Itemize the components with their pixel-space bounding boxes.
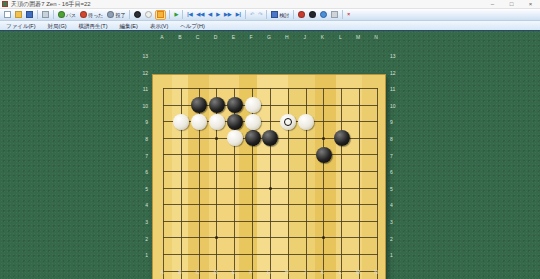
- row-label-left-12: 12: [138, 70, 148, 76]
- col-label-bottom-G: G: [265, 269, 273, 275]
- board-marker-toggle-button[interactable]: [155, 10, 166, 20]
- fast-forward-icon: ▶▶: [224, 10, 232, 19]
- col-label-top-C: C: [194, 34, 202, 40]
- col-label-bottom-C: C: [194, 269, 202, 275]
- black-stone-F10: [245, 130, 261, 146]
- window-title: 天頂の囲碁7 Zen - 16手目=22: [11, 0, 91, 9]
- row-label-left-8: 8: [138, 136, 148, 142]
- toolbar-separator: [245, 10, 246, 19]
- row-label-left-2: 2: [138, 236, 148, 242]
- white-stone-C11: [191, 114, 207, 130]
- col-label-top-A: A: [158, 34, 166, 40]
- black-stone-K9: [316, 147, 332, 163]
- black-stone-icon: [134, 11, 141, 18]
- skip-to-end-icon: ▶|: [236, 10, 241, 19]
- row-label-left-5: 5: [138, 186, 148, 192]
- resign-icon: [107, 11, 114, 18]
- territory-button[interactable]: [308, 10, 317, 20]
- menu-game[interactable]: 対局(G): [42, 21, 73, 31]
- menu-file[interactable]: ファイル(F): [0, 21, 42, 31]
- window-controls: –□×: [483, 0, 540, 9]
- white-stone-icon: [145, 11, 152, 18]
- row-label-left-4: 4: [138, 202, 148, 208]
- curved-arrow-left-icon: ↶: [250, 10, 254, 19]
- col-label-bottom-F: F: [247, 269, 255, 275]
- col-label-top-L: L: [336, 34, 344, 40]
- game-area-background: AABBCCDDEEFFGGHHJJKKLLMMNN13131212111110…: [0, 31, 540, 279]
- col-label-top-K: K: [318, 34, 326, 40]
- resign-button-label: 投了: [115, 12, 125, 18]
- title-bar: 天頂の囲碁7 Zen - 16手目=22 –□×: [0, 0, 540, 9]
- menu-replay[interactable]: 棋譜再生(T): [73, 21, 114, 31]
- last-move-button[interactable]: ▶|: [235, 10, 242, 20]
- row-label-right-7: 7: [390, 153, 400, 159]
- print-button[interactable]: [41, 10, 50, 20]
- open-file-button[interactable]: [14, 10, 23, 20]
- step-forward-icon: ▶: [216, 10, 220, 19]
- row-label-right-12: 12: [390, 70, 400, 76]
- col-label-top-M: M: [354, 34, 362, 40]
- undo-move-button[interactable]: 待った: [79, 10, 104, 20]
- grid-line-horizontal: [163, 237, 378, 238]
- undo-move-button-label: 待った: [88, 12, 103, 18]
- red-ball-icon: [298, 11, 305, 18]
- pass-button-label: パス: [66, 12, 76, 18]
- forward-10-moves-button[interactable]: ▶▶: [223, 10, 233, 20]
- close-button[interactable]: ×: [521, 0, 540, 9]
- printer-icon: [42, 11, 49, 18]
- first-move-button[interactable]: |◀: [186, 10, 193, 20]
- grid-line-vertical: [163, 88, 164, 279]
- forward-one-move-button[interactable]: ▶: [215, 10, 221, 20]
- grid-line-vertical: [323, 88, 324, 279]
- col-label-top-D: D: [211, 34, 219, 40]
- black-stone-G10: [262, 130, 278, 146]
- toolbar-separator: [169, 10, 170, 19]
- black-stone-button[interactable]: [133, 10, 142, 20]
- row-label-right-11: 11: [390, 86, 400, 92]
- step-backward-icon: ◀: [208, 10, 212, 19]
- toolbar-separator: [37, 10, 38, 19]
- col-label-top-B: B: [176, 34, 184, 40]
- row-label-left-7: 7: [138, 153, 148, 159]
- fast-backward-icon: ◀◀: [197, 10, 205, 19]
- minimize-button[interactable]: –: [483, 0, 502, 9]
- grid-line-vertical: [270, 88, 271, 279]
- row-label-right-13: 13: [390, 53, 400, 59]
- col-label-top-N: N: [372, 34, 380, 40]
- last-move-marker: [284, 118, 292, 126]
- grid-line-horizontal: [163, 221, 378, 222]
- pass-icon: [58, 11, 65, 18]
- magnifier-icon: [320, 11, 327, 18]
- col-label-bottom-E: E: [229, 269, 237, 275]
- play-button[interactable]: ▶: [173, 10, 179, 20]
- eraser-icon: [331, 11, 338, 18]
- menu-edit[interactable]: 編集(E): [114, 21, 144, 31]
- row-label-left-1: 1: [138, 252, 148, 258]
- delete-button[interactable]: ×: [346, 10, 351, 20]
- red-x-icon: ×: [347, 10, 350, 19]
- new-document-icon: [4, 11, 11, 18]
- grid-line-vertical: [341, 88, 342, 279]
- row-label-right-5: 5: [390, 186, 400, 192]
- col-label-bottom-K: K: [318, 269, 326, 275]
- black-ball-icon: [309, 11, 316, 18]
- white-stone-E10: [227, 130, 243, 146]
- row-label-left-9: 9: [138, 119, 148, 125]
- white-stone-F11: [245, 114, 261, 130]
- col-label-bottom-N: N: [372, 269, 380, 275]
- col-label-top-G: G: [265, 34, 273, 40]
- board-marker-icon: [157, 11, 164, 18]
- white-stone-D11: [209, 114, 225, 130]
- row-label-left-10: 10: [138, 103, 148, 109]
- grid-line-horizontal: [163, 254, 378, 255]
- resign-button[interactable]: 投了: [106, 10, 126, 20]
- maximize-button[interactable]: □: [502, 0, 521, 9]
- pass-button[interactable]: パス: [57, 10, 77, 20]
- row-label-left-6: 6: [138, 169, 148, 175]
- back-10-moves-button[interactable]: ◀◀: [196, 10, 206, 20]
- row-label-left-13: 13: [138, 53, 148, 59]
- col-label-top-J: J: [301, 34, 309, 40]
- analysis-chart-icon: [271, 11, 278, 18]
- back-one-move-button[interactable]: ◀: [207, 10, 213, 20]
- magnify-button[interactable]: [319, 10, 328, 20]
- row-label-right-3: 3: [390, 219, 400, 225]
- menu-bar: ファイル(F)対局(G)棋譜再生(T)編集(E)表示(V)ヘルプ(H): [0, 21, 540, 31]
- application-window: 天頂の囲碁7 Zen - 16手目=22 –□× パス待った投了▶|◀◀◀◀▶▶…: [0, 0, 540, 279]
- row-label-right-2: 2: [390, 236, 400, 242]
- new-file-button[interactable]: [3, 10, 12, 20]
- grid-line-vertical: [377, 88, 378, 279]
- go-board[interactable]: [152, 74, 386, 279]
- app-icon: [2, 1, 8, 7]
- col-label-bottom-B: B: [176, 269, 184, 275]
- eraser-button[interactable]: [330, 10, 339, 20]
- row-label-left-11: 11: [138, 86, 148, 92]
- toolbar-separator: [266, 10, 267, 19]
- black-stone-L10: [334, 130, 350, 146]
- grid-line-vertical: [359, 88, 360, 279]
- col-label-bottom-M: M: [354, 269, 362, 275]
- play-icon: ▶: [174, 10, 178, 19]
- toolbar-separator: [342, 10, 343, 19]
- undo-move-icon: [80, 11, 87, 18]
- white-stone-button[interactable]: [144, 10, 153, 20]
- col-label-bottom-H: H: [283, 269, 291, 275]
- white-stone-H11: [280, 114, 296, 130]
- white-stone-J11: [298, 114, 314, 130]
- save-button[interactable]: [25, 10, 34, 20]
- black-stone-E11: [227, 114, 243, 130]
- row-label-right-8: 8: [390, 136, 400, 142]
- toolbar-separator: [182, 10, 183, 19]
- hint-button[interactable]: [297, 10, 306, 20]
- grid-line-horizontal: [163, 204, 378, 205]
- branch-previous-button[interactable]: ↶: [249, 10, 255, 20]
- menu-help[interactable]: ヘルプ(H): [174, 21, 211, 31]
- analysis-button-label: 検討: [279, 12, 289, 18]
- open-folder-icon: [15, 11, 22, 18]
- toolbar-separator: [129, 10, 130, 19]
- white-stone-B11: [173, 114, 189, 130]
- row-label-right-10: 10: [390, 103, 400, 109]
- col-label-bottom-J: J: [301, 269, 309, 275]
- row-label-right-1: 1: [390, 252, 400, 258]
- white-stone-F12: [245, 97, 261, 113]
- col-label-top-F: F: [247, 34, 255, 40]
- black-stone-E12: [227, 97, 243, 113]
- black-stone-D12: [209, 97, 225, 113]
- col-label-bottom-L: L: [336, 269, 344, 275]
- col-label-bottom-D: D: [211, 269, 219, 275]
- row-label-right-9: 9: [390, 119, 400, 125]
- row-label-left-3: 3: [138, 219, 148, 225]
- curved-arrow-right-icon: ↷: [258, 10, 262, 19]
- toolbar: パス待った投了▶|◀◀◀◀▶▶▶▶|↶↷検討×: [0, 9, 540, 21]
- menu-view[interactable]: 表示(V): [144, 21, 174, 31]
- black-stone-C12: [191, 97, 207, 113]
- toolbar-separator: [53, 10, 54, 19]
- toolbar-separator: [293, 10, 294, 19]
- skip-to-start-icon: |◀: [187, 10, 192, 19]
- star-point-G7: [269, 187, 272, 190]
- analysis-button[interactable]: 検討: [270, 10, 290, 20]
- row-label-right-4: 4: [390, 202, 400, 208]
- col-label-top-H: H: [283, 34, 291, 40]
- col-label-bottom-A: A: [158, 269, 166, 275]
- col-label-top-E: E: [229, 34, 237, 40]
- branch-next-button[interactable]: ↷: [257, 10, 263, 20]
- save-floppy-icon: [26, 11, 33, 18]
- row-label-right-6: 6: [390, 169, 400, 175]
